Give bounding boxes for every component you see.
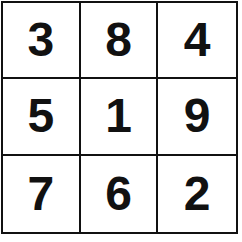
cell-value: 9 bbox=[184, 92, 211, 140]
cell-value: 8 bbox=[105, 16, 132, 64]
cell-r2c3[interactable]: 9 bbox=[158, 79, 236, 155]
cell-r3c2[interactable]: 6 bbox=[81, 156, 159, 232]
cell-value: 3 bbox=[27, 16, 54, 64]
cell-value: 6 bbox=[105, 170, 132, 218]
cell-r1c1[interactable]: 3 bbox=[3, 3, 81, 79]
cell-value: 5 bbox=[27, 92, 54, 140]
cell-r3c1[interactable]: 7 bbox=[3, 156, 81, 232]
puzzle-canvas: 3 8 4 5 1 9 7 6 2 bbox=[0, 0, 242, 242]
number-grid-board: 3 8 4 5 1 9 7 6 2 bbox=[1, 1, 238, 234]
cell-value: 4 bbox=[184, 16, 211, 64]
cell-r3c3[interactable]: 2 bbox=[158, 156, 236, 232]
cell-value: 7 bbox=[27, 170, 54, 218]
cell-value: 2 bbox=[184, 170, 211, 218]
cell-r1c3[interactable]: 4 bbox=[158, 3, 236, 79]
cell-r1c2[interactable]: 8 bbox=[81, 3, 159, 79]
cell-value: 1 bbox=[105, 92, 132, 140]
cell-r2c1[interactable]: 5 bbox=[3, 79, 81, 155]
cell-r2c2[interactable]: 1 bbox=[81, 79, 159, 155]
